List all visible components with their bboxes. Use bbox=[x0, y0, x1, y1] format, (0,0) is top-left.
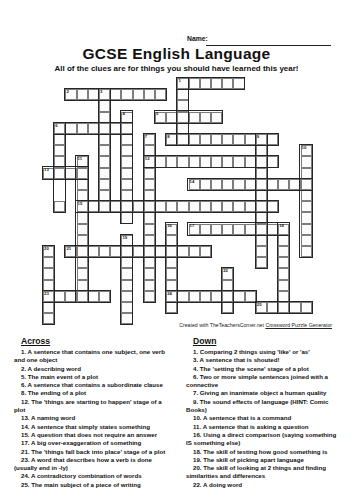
grid-cell[interactable] bbox=[222, 224, 233, 235]
grid-cell[interactable] bbox=[200, 224, 211, 235]
grid-cell[interactable] bbox=[267, 201, 278, 212]
grid-cell[interactable] bbox=[77, 190, 88, 201]
worksheet-page: Name: GCSE English Language All of the c… bbox=[0, 0, 353, 500]
grid-cell[interactable] bbox=[189, 246, 200, 257]
grid-cell[interactable] bbox=[166, 134, 177, 145]
grid-cell[interactable] bbox=[99, 168, 110, 179]
grid-cell[interactable] bbox=[256, 246, 267, 257]
grid-cell[interactable] bbox=[166, 246, 177, 257]
grid-cell[interactable] bbox=[200, 134, 211, 145]
grid-cell[interactable] bbox=[110, 89, 121, 100]
grid-cell[interactable] bbox=[133, 89, 144, 100]
grid-cell[interactable] bbox=[245, 291, 256, 302]
grid-cell[interactable] bbox=[256, 235, 267, 246]
grid-cell[interactable] bbox=[233, 134, 244, 145]
grid-cell[interactable] bbox=[155, 246, 166, 257]
grid-cell[interactable] bbox=[144, 257, 155, 268]
grid-cell[interactable] bbox=[211, 224, 222, 235]
grid-cell[interactable] bbox=[301, 246, 312, 257]
grid-cell[interactable] bbox=[301, 212, 312, 223]
grid-cell[interactable] bbox=[144, 145, 155, 156]
grid-cell[interactable] bbox=[77, 257, 88, 268]
grid-cell[interactable] bbox=[211, 78, 222, 89]
grid-cell[interactable] bbox=[189, 201, 200, 212]
grid-cell[interactable] bbox=[77, 123, 88, 134]
grid-cell[interactable] bbox=[99, 201, 110, 212]
grid-cell[interactable] bbox=[267, 134, 278, 145]
grid-cell[interactable] bbox=[121, 257, 132, 268]
across-clue-list: 1. A sentence that contains one subject,… bbox=[14, 348, 186, 489]
clue: 8. The ending of a plot bbox=[14, 389, 186, 397]
grid-cell[interactable] bbox=[222, 291, 233, 302]
grid-cell[interactable] bbox=[289, 302, 300, 313]
clue: 24. A contradictory combination of words bbox=[14, 472, 186, 480]
clue: 1. Comparing 2 things using 'like' or 'a… bbox=[186, 348, 353, 356]
grid-cell[interactable] bbox=[88, 89, 99, 100]
grid-cell[interactable] bbox=[200, 246, 211, 257]
grid-cell[interactable] bbox=[166, 302, 177, 313]
grid-cell[interactable] bbox=[144, 190, 155, 201]
grid-cell[interactable] bbox=[278, 235, 289, 246]
grid-cell[interactable] bbox=[256, 201, 267, 212]
grid-cell[interactable] bbox=[189, 224, 200, 235]
grid-cell[interactable] bbox=[177, 112, 188, 123]
grid-cell[interactable] bbox=[211, 156, 222, 167]
grid-cell[interactable] bbox=[233, 291, 244, 302]
grid-cell[interactable] bbox=[54, 156, 65, 167]
grid-cell[interactable] bbox=[144, 280, 155, 291]
grid-cell[interactable] bbox=[110, 201, 121, 212]
grid-cell[interactable] bbox=[43, 313, 54, 324]
grid-cell[interactable] bbox=[99, 145, 110, 156]
grid-cell[interactable] bbox=[121, 291, 132, 302]
attribution-prefix: Created with TheTeachersCorner.net bbox=[179, 322, 265, 328]
grid-cell[interactable] bbox=[54, 291, 65, 302]
grid-cell[interactable] bbox=[121, 145, 132, 156]
grid-cell[interactable] bbox=[267, 179, 278, 190]
grid-cell[interactable] bbox=[77, 201, 88, 212]
grid-cell[interactable] bbox=[177, 156, 188, 167]
grid-cell[interactable] bbox=[278, 179, 289, 190]
clue: 11. A sentence that is asking a question bbox=[186, 423, 353, 431]
grid-cell[interactable] bbox=[256, 179, 267, 190]
grid-cell[interactable] bbox=[133, 246, 144, 257]
grid-cell[interactable] bbox=[121, 156, 132, 167]
grid-cell[interactable] bbox=[99, 291, 110, 302]
grid-cell[interactable] bbox=[110, 123, 121, 134]
grid-cell[interactable] bbox=[121, 212, 132, 223]
grid-cell[interactable] bbox=[278, 224, 289, 235]
grid-cell[interactable] bbox=[133, 201, 144, 212]
grid-cell[interactable] bbox=[301, 179, 312, 190]
grid-cell[interactable] bbox=[121, 313, 132, 324]
grid-cell[interactable] bbox=[177, 246, 188, 257]
grid-cell[interactable] bbox=[189, 134, 200, 145]
grid-cell[interactable] bbox=[43, 246, 54, 257]
grid-cell[interactable] bbox=[43, 168, 54, 179]
clue: 4. The 'setting the scene' stage of a pl… bbox=[186, 365, 353, 373]
grid-cell[interactable] bbox=[189, 112, 200, 123]
grid-cell[interactable] bbox=[43, 302, 54, 313]
grid-cell[interactable] bbox=[289, 179, 300, 190]
grid-cell[interactable] bbox=[77, 246, 88, 257]
grid-cell[interactable] bbox=[233, 156, 244, 167]
grid-cell[interactable] bbox=[166, 268, 177, 279]
grid-cell[interactable] bbox=[77, 168, 88, 179]
grid-cell[interactable] bbox=[278, 291, 289, 302]
grid-cell[interactable] bbox=[65, 291, 76, 302]
grid-cell[interactable] bbox=[54, 168, 65, 179]
grid-cell[interactable] bbox=[233, 78, 244, 89]
grid-cell[interactable] bbox=[256, 156, 267, 167]
grid-cell[interactable] bbox=[177, 134, 188, 145]
grid-cell[interactable] bbox=[222, 156, 233, 167]
grid-cell[interactable] bbox=[222, 302, 233, 313]
grid-cell[interactable] bbox=[144, 246, 155, 257]
grid-cell[interactable] bbox=[189, 179, 200, 190]
clue: 21. The 'things fall back into place' st… bbox=[14, 448, 186, 456]
grid-cell[interactable] bbox=[166, 156, 177, 167]
grid-cell[interactable] bbox=[200, 78, 211, 89]
clue: 1. A sentence that contains one subject,… bbox=[14, 348, 186, 365]
clue: 13. A naming word bbox=[14, 414, 186, 422]
grid-cell[interactable] bbox=[200, 201, 211, 212]
grid-cell[interactable] bbox=[144, 201, 155, 212]
grid-cell[interactable] bbox=[144, 134, 155, 145]
grid-cell[interactable] bbox=[77, 280, 88, 291]
grid-cell[interactable] bbox=[43, 268, 54, 279]
grid-cell[interactable] bbox=[144, 268, 155, 279]
clue: 5. The main event of a plot bbox=[14, 373, 186, 381]
grid-cell[interactable] bbox=[267, 156, 278, 167]
grid-cell[interactable] bbox=[43, 291, 54, 302]
grid-cell[interactable] bbox=[177, 123, 188, 134]
grid-cell[interactable] bbox=[65, 168, 76, 179]
grid-cell[interactable] bbox=[99, 156, 110, 167]
grid-cell[interactable] bbox=[121, 190, 132, 201]
clue: 7. Giving an inanimate object a human qu… bbox=[186, 389, 353, 397]
grid-cell[interactable] bbox=[121, 302, 132, 313]
grid-cell[interactable] bbox=[256, 302, 267, 313]
grid-cell[interactable] bbox=[200, 179, 211, 190]
grid-cell[interactable] bbox=[65, 123, 76, 134]
clue: 25. The main subject of a piece of writi… bbox=[14, 481, 186, 489]
grid-cell[interactable] bbox=[121, 235, 132, 246]
grid-cell[interactable] bbox=[166, 257, 177, 268]
grid-cell[interactable] bbox=[65, 89, 76, 100]
grid-cell[interactable] bbox=[222, 280, 233, 291]
grid-cell[interactable] bbox=[144, 179, 155, 190]
grid-cell[interactable] bbox=[166, 112, 177, 123]
clue: 19. The skill of picking apart language bbox=[186, 456, 353, 464]
grid-cell[interactable] bbox=[77, 156, 88, 167]
grid-cell[interactable] bbox=[256, 190, 267, 201]
grid-cell[interactable] bbox=[121, 280, 132, 291]
grid-cell[interactable] bbox=[245, 179, 256, 190]
grid-cell[interactable] bbox=[121, 112, 132, 123]
grid-cell[interactable] bbox=[99, 134, 110, 145]
clue: 2. A describing word bbox=[14, 365, 186, 373]
grid-cell[interactable] bbox=[144, 235, 155, 246]
grid-cell[interactable] bbox=[54, 201, 65, 212]
grid-cell[interactable] bbox=[211, 112, 222, 123]
grid-cell[interactable] bbox=[278, 280, 289, 291]
grid-cell[interactable] bbox=[245, 134, 256, 145]
grid-cell[interactable] bbox=[211, 201, 222, 212]
clue: 10. A sentence that is a command bbox=[186, 414, 353, 422]
grid-cell[interactable] bbox=[77, 89, 88, 100]
grid-cell[interactable] bbox=[177, 100, 188, 111]
grid-cell[interactable] bbox=[144, 89, 155, 100]
grid-cell[interactable] bbox=[245, 224, 256, 235]
grid-cell[interactable] bbox=[54, 145, 65, 156]
grid-cell[interactable] bbox=[155, 156, 166, 167]
clue: 6. A sentence that contains a subordinat… bbox=[14, 381, 186, 389]
grid-cell[interactable] bbox=[189, 78, 200, 89]
grid-cell[interactable] bbox=[166, 280, 177, 291]
across-header: Across bbox=[21, 336, 50, 346]
grid-cell[interactable] bbox=[211, 291, 222, 302]
grid-cell[interactable] bbox=[301, 156, 312, 167]
grid-cell[interactable] bbox=[177, 201, 188, 212]
clue: 17. A big over-exaggeration of something bbox=[14, 439, 186, 447]
clue: 9. The sound effects of language (HINT: … bbox=[186, 398, 353, 415]
grid-cell[interactable] bbox=[144, 224, 155, 235]
grid-cell[interactable] bbox=[121, 134, 132, 145]
grid-cell[interactable] bbox=[301, 145, 312, 156]
grid-cell[interactable] bbox=[110, 246, 121, 257]
grid-cell[interactable] bbox=[200, 291, 211, 302]
down-clue-list: 1. Comparing 2 things using 'like' or 'a… bbox=[186, 348, 353, 489]
grid-cell[interactable] bbox=[200, 112, 211, 123]
grid-cell[interactable] bbox=[278, 257, 289, 268]
grid-cell[interactable] bbox=[99, 179, 110, 190]
crossword-grid: 1256812131415172123242534791011161819202… bbox=[0, 0, 353, 340]
clue: 6. Two or more simple sentences joined w… bbox=[186, 373, 353, 390]
grid-cell[interactable] bbox=[121, 179, 132, 190]
grid-cell[interactable] bbox=[233, 224, 244, 235]
grid-cell[interactable] bbox=[121, 168, 132, 179]
grid-cell[interactable] bbox=[245, 156, 256, 167]
grid-cell[interactable] bbox=[77, 268, 88, 279]
grid-cell[interactable] bbox=[121, 246, 132, 257]
across-section: Across 1. A sentence that contains one s… bbox=[14, 330, 186, 489]
grid-cell[interactable] bbox=[267, 224, 278, 235]
down-header: Down bbox=[193, 336, 216, 346]
grid-cell[interactable] bbox=[77, 179, 88, 190]
grid-cell[interactable] bbox=[267, 302, 278, 313]
grid-cell[interactable] bbox=[177, 291, 188, 302]
clue: 3. A sentence that is shouted! bbox=[186, 356, 353, 364]
grid-cell[interactable] bbox=[301, 190, 312, 201]
grid-cell[interactable] bbox=[222, 78, 233, 89]
grid-cell[interactable] bbox=[177, 89, 188, 100]
clue: 15. A question that does not require an … bbox=[14, 431, 186, 439]
grid-cell[interactable] bbox=[144, 212, 155, 223]
grid-cell[interactable] bbox=[278, 268, 289, 279]
grid-cell[interactable] bbox=[211, 134, 222, 145]
clue: 12. The 'things are starting to happen' … bbox=[14, 398, 186, 415]
grid-cell[interactable] bbox=[278, 302, 289, 313]
down-section: Down 1. Comparing 2 things using 'like' … bbox=[186, 330, 353, 489]
grid-cell[interactable] bbox=[256, 257, 267, 268]
grid-cell[interactable] bbox=[88, 123, 99, 134]
grid-cell[interactable] bbox=[222, 134, 233, 145]
grid-cell[interactable] bbox=[189, 156, 200, 167]
grid-cell[interactable] bbox=[245, 201, 256, 212]
grid-cell[interactable] bbox=[88, 246, 99, 257]
grid-cell[interactable] bbox=[233, 201, 244, 212]
grid-cell[interactable] bbox=[256, 145, 267, 156]
grid-cell[interactable] bbox=[166, 235, 177, 246]
grid-cell[interactable] bbox=[166, 224, 177, 235]
grid-cell[interactable] bbox=[166, 291, 177, 302]
grid-cell[interactable] bbox=[121, 268, 132, 279]
grid-cell[interactable] bbox=[301, 201, 312, 212]
grid-cell[interactable] bbox=[256, 168, 267, 179]
grid-cell[interactable] bbox=[77, 235, 88, 246]
grid-cell[interactable] bbox=[200, 156, 211, 167]
grid-cell[interactable] bbox=[121, 123, 132, 134]
grid-cell[interactable] bbox=[155, 201, 166, 212]
grid-cell[interactable] bbox=[99, 190, 110, 201]
clue: 23. A word that describes how a verb is … bbox=[14, 456, 186, 473]
grid-cell[interactable] bbox=[144, 168, 155, 179]
clue: 22. A doing word bbox=[186, 481, 353, 489]
clue: 14. A sentence that simply states someth… bbox=[14, 423, 186, 431]
grid-cell[interactable] bbox=[54, 134, 65, 145]
grid-cell[interactable] bbox=[301, 235, 312, 246]
grid-cell[interactable] bbox=[99, 89, 110, 100]
grid-cell[interactable] bbox=[121, 89, 132, 100]
grid-cell[interactable] bbox=[256, 134, 267, 145]
grid-cell[interactable] bbox=[88, 291, 99, 302]
attribution-link[interactable]: Crossword Puzzle Generator bbox=[265, 322, 332, 328]
grid-cell[interactable] bbox=[77, 291, 88, 302]
clue: 16. Using a direct comparison (saying so… bbox=[186, 431, 353, 448]
grid-cell[interactable] bbox=[99, 112, 110, 123]
clue: 20. The skill of looking at 2 things and… bbox=[186, 464, 353, 481]
grid-cell[interactable] bbox=[256, 212, 267, 223]
grid-cell[interactable] bbox=[43, 257, 54, 268]
grid-cell[interactable] bbox=[144, 156, 155, 167]
grid-cell[interactable] bbox=[222, 179, 233, 190]
grid-cell[interactable] bbox=[99, 100, 110, 111]
clue: 18. The skill of testing how good someth… bbox=[186, 448, 353, 456]
grid-cell[interactable] bbox=[65, 246, 76, 257]
grid-cell[interactable] bbox=[222, 268, 233, 279]
grid-cell[interactable] bbox=[99, 246, 110, 257]
grid-cell[interactable] bbox=[211, 179, 222, 190]
grid-cell[interactable] bbox=[54, 123, 65, 134]
grid-cell[interactable] bbox=[189, 291, 200, 302]
grid-cell[interactable] bbox=[301, 302, 312, 313]
grid-cell[interactable] bbox=[233, 179, 244, 190]
grid-cell[interactable] bbox=[222, 201, 233, 212]
grid-cell[interactable] bbox=[88, 201, 99, 212]
grid-cell[interactable] bbox=[144, 291, 155, 302]
grid-cell[interactable] bbox=[177, 78, 188, 89]
grid-cell[interactable] bbox=[301, 168, 312, 179]
grid-cell[interactable] bbox=[77, 212, 88, 223]
grid-cell[interactable] bbox=[301, 224, 312, 235]
grid-cell[interactable] bbox=[121, 201, 132, 212]
attribution: Created with TheTeachersCorner.net Cross… bbox=[179, 322, 332, 328]
grid-cell[interactable] bbox=[256, 224, 267, 235]
grid-cell[interactable] bbox=[99, 123, 110, 134]
grid-cell[interactable] bbox=[278, 246, 289, 257]
grid-cell[interactable] bbox=[77, 224, 88, 235]
grid-cell[interactable] bbox=[155, 112, 166, 123]
grid-cell[interactable] bbox=[43, 280, 54, 291]
grid-cell[interactable] bbox=[166, 201, 177, 212]
grid-cell[interactable] bbox=[155, 89, 166, 100]
